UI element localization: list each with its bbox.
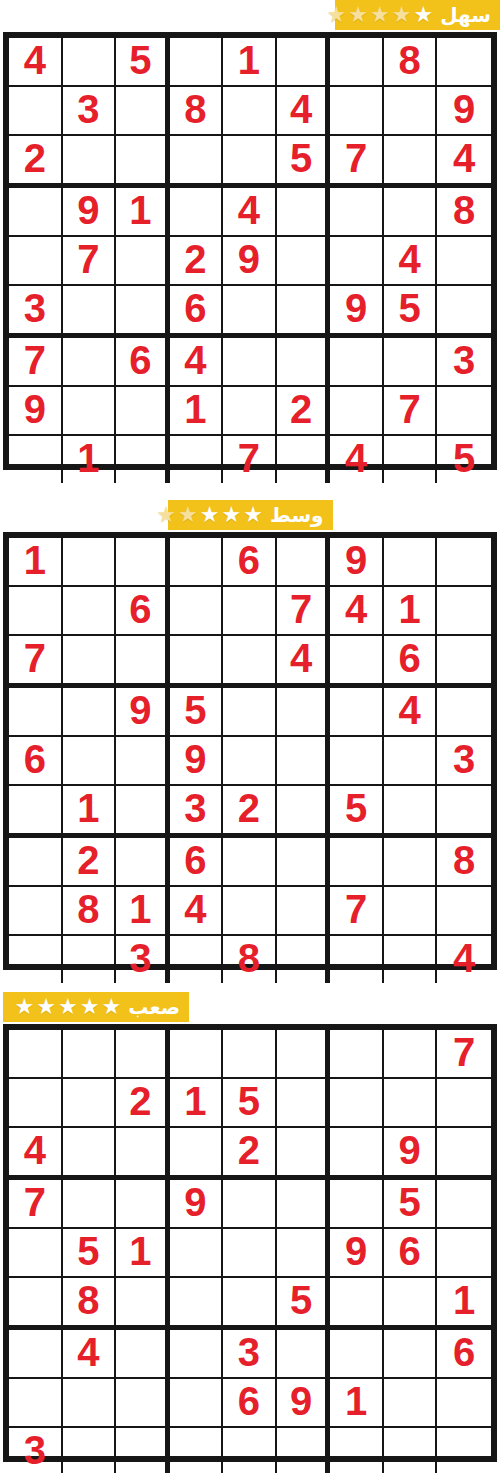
sudoku-cell-r4c4[interactable] — [170, 188, 224, 237]
sudoku-cell-r6c5[interactable] — [223, 1278, 277, 1330]
sudoku-cell-r8c5[interactable] — [223, 887, 277, 936]
sudoku-cell-r3c4[interactable] — [170, 136, 224, 188]
sudoku-cell-r6c7[interactable]: 5 — [330, 786, 384, 838]
sudoku-cell-r4c1[interactable] — [9, 188, 63, 237]
sudoku-cell-r3c1[interactable]: 2 — [9, 136, 63, 188]
sudoku-cell-r5c7[interactable] — [330, 237, 384, 286]
sudoku-cell-r5c4[interactable]: 2 — [170, 237, 224, 286]
star-filled-icon: ★ — [101, 996, 121, 1018]
sudoku-cell-r2c5[interactable] — [223, 587, 277, 636]
sudoku-cell-r5c4[interactable] — [170, 1229, 224, 1278]
sudoku-cell-r8c1[interactable] — [9, 1379, 63, 1428]
sudoku-cell-r3c2[interactable] — [63, 136, 117, 188]
sudoku-cell-r1c2[interactable] — [63, 38, 117, 87]
sudoku-cell-r6c5[interactable] — [223, 286, 277, 338]
sudoku-cell-r7c6[interactable] — [277, 338, 331, 387]
sudoku-cell-r7c6[interactable] — [277, 1330, 331, 1379]
sudoku-cell-r9c3[interactable] — [116, 1428, 170, 1473]
sudoku-cell-r8c2[interactable]: 8 — [63, 887, 117, 936]
star-empty-icon: ★ — [156, 504, 176, 526]
sudoku-cell-r2c1[interactable] — [9, 587, 63, 636]
sudoku-cell-r2c7[interactable] — [330, 87, 384, 136]
sudoku-cell-r5c8[interactable]: 4 — [384, 237, 438, 286]
sudoku-grid-3: 721542979551968514366913 — [3, 1024, 497, 1462]
sudoku-cell-r9c9[interactable]: 5 — [437, 436, 491, 483]
sudoku-cell-r6c8[interactable] — [384, 786, 438, 838]
sudoku-cell-r3c3[interactable] — [116, 1128, 170, 1180]
sudoku-cell-r4c9[interactable] — [437, 688, 491, 737]
sudoku-cell-r4c6[interactable] — [277, 1180, 331, 1229]
difficulty-label: سهل — [440, 5, 491, 25]
sudoku-cell-r5c6[interactable] — [277, 737, 331, 786]
sudoku-cell-r6c7[interactable]: 9 — [330, 286, 384, 338]
sudoku-cell-r7c5[interactable] — [223, 338, 277, 387]
sudoku-cell-r5c5[interactable] — [223, 1229, 277, 1278]
sudoku-cell-r8c4[interactable] — [170, 1379, 224, 1428]
sudoku-cell-r3c7[interactable] — [330, 1128, 384, 1180]
sudoku-cell-r1c2[interactable] — [63, 1030, 117, 1079]
sudoku-cell-r8c9[interactable] — [437, 1379, 491, 1428]
sudoku-cell-r5c7[interactable]: 9 — [330, 1229, 384, 1278]
sudoku-cell-r1c3[interactable]: 5 — [116, 38, 170, 87]
sudoku-cell-r3c6[interactable]: 5 — [277, 136, 331, 188]
sudoku-cell-r4c9[interactable]: 8 — [437, 188, 491, 237]
sudoku-cell-r4c3[interactable] — [116, 1180, 170, 1229]
sudoku-cell-r1c6[interactable] — [277, 1030, 331, 1079]
sudoku-cell-r4c7[interactable] — [330, 1180, 384, 1229]
sudoku-cell-r6c3[interactable] — [116, 1278, 170, 1330]
sudoku-cell-r8c4[interactable]: 1 — [170, 387, 224, 436]
sudoku-cell-r5c9[interactable] — [437, 1229, 491, 1278]
sudoku-cell-r3c4[interactable] — [170, 1128, 224, 1180]
star-filled-icon: ★ — [36, 996, 56, 1018]
sudoku-cell-r1c7[interactable] — [330, 38, 384, 87]
sudoku-cell-r4c4[interactable]: 5 — [170, 688, 224, 737]
sudoku-cell-r8c7[interactable]: 1 — [330, 1379, 384, 1428]
sudoku-cell-r4c7[interactable] — [330, 688, 384, 737]
sudoku-cell-r6c1[interactable]: 3 — [9, 286, 63, 338]
sudoku-cell-r7c8[interactable] — [384, 1330, 438, 1379]
sudoku-cell-r2c4[interactable]: 1 — [170, 1079, 224, 1128]
sudoku-cell-r2c8[interactable] — [384, 1079, 438, 1128]
sudoku-cell-r1c3[interactable] — [116, 1030, 170, 1079]
sudoku-cell-r5c3[interactable] — [116, 737, 170, 786]
sudoku-cell-r5c1[interactable]: 6 — [9, 737, 63, 786]
sudoku-cell-r9c6[interactable] — [277, 936, 331, 983]
sudoku-cell-r8c5[interactable] — [223, 387, 277, 436]
sudoku-cell-r3c9[interactable] — [437, 636, 491, 688]
sudoku-cell-r8c8[interactable] — [384, 1379, 438, 1428]
sudoku-cell-r9c4[interactable] — [170, 1428, 224, 1473]
sudoku-cell-r9c4[interactable] — [170, 936, 224, 983]
sudoku-cell-r6c2[interactable]: 8 — [63, 1278, 117, 1330]
sudoku-cell-r3c8[interactable]: 9 — [384, 1128, 438, 1180]
sudoku-cell-r2c4[interactable]: 8 — [170, 87, 224, 136]
sudoku-cell-r9c7[interactable] — [330, 1428, 384, 1473]
difficulty-stars: ★★★★★ — [156, 504, 263, 526]
sudoku-cell-r1c6[interactable] — [277, 538, 331, 587]
sudoku-cell-r3c5[interactable]: 2 — [223, 1128, 277, 1180]
sudoku-cell-r6c6[interactable] — [277, 286, 331, 338]
sudoku-cell-r3c7[interactable] — [330, 636, 384, 688]
sudoku-cell-r2c4[interactable] — [170, 587, 224, 636]
sudoku-cell-r9c8[interactable] — [384, 936, 438, 983]
sudoku-cell-r3c5[interactable] — [223, 636, 277, 688]
sudoku-cell-r8c1[interactable]: 9 — [9, 387, 63, 436]
sudoku-cell-r7c5[interactable]: 3 — [223, 1330, 277, 1379]
sudoku-cell-r4c8[interactable]: 5 — [384, 1180, 438, 1229]
sudoku-cell-r2c5[interactable]: 5 — [223, 1079, 277, 1128]
sudoku-cell-r3c8[interactable]: 6 — [384, 636, 438, 688]
difficulty-stars: ★★★★★ — [15, 996, 122, 1018]
sudoku-cell-r8c7[interactable]: 7 — [330, 887, 384, 936]
sudoku-cell-r5c2[interactable] — [63, 737, 117, 786]
sudoku-cell-r6c1[interactable] — [9, 1278, 63, 1330]
sudoku-cell-r6c5[interactable]: 2 — [223, 786, 277, 838]
sudoku-cell-r5c8[interactable] — [384, 737, 438, 786]
sudoku-cell-r8c8[interactable]: 7 — [384, 387, 438, 436]
star-empty-icon: ★ — [392, 4, 412, 26]
sudoku-cell-r1c8[interactable]: 8 — [384, 38, 438, 87]
sudoku-cell-r1c7[interactable] — [330, 1030, 384, 1079]
sudoku-cell-r2c9[interactable] — [437, 587, 491, 636]
sudoku-cell-r9c6[interactable] — [277, 436, 331, 483]
sudoku-cell-r8c1[interactable] — [9, 887, 63, 936]
difficulty-stars: ★★★★★ — [327, 4, 434, 26]
star-empty-icon: ★ — [370, 4, 390, 26]
sudoku-cell-r9c6[interactable] — [277, 1428, 331, 1473]
sudoku-cell-r5c3[interactable] — [116, 237, 170, 286]
sudoku-cell-r7c6[interactable] — [277, 838, 331, 887]
sudoku-cell-r8c2[interactable] — [63, 387, 117, 436]
puzzle-section-1: ★★★★★ سهل 451838492574914872943695764391… — [0, 0, 500, 470]
sudoku-cell-r8c6[interactable]: 9 — [277, 1379, 331, 1428]
sudoku-cell-r7c1[interactable] — [9, 1330, 63, 1379]
sudoku-cell-r7c7[interactable] — [330, 338, 384, 387]
sudoku-cell-r4c8[interactable]: 4 — [384, 688, 438, 737]
difficulty-banner: ★★★★★ وسط — [168, 500, 333, 530]
sudoku-cell-r2c6[interactable]: 7 — [277, 587, 331, 636]
sudoku-cell-r1c2[interactable] — [63, 538, 117, 587]
sudoku-cell-r5c6[interactable] — [277, 1229, 331, 1278]
sudoku-cell-r1c1[interactable]: 4 — [9, 38, 63, 87]
sudoku-cell-r2c3[interactable]: 6 — [116, 587, 170, 636]
sudoku-cell-r9c7[interactable] — [330, 936, 384, 983]
sudoku-cell-r9c9[interactable]: 4 — [437, 936, 491, 983]
sudoku-cell-r5c4[interactable]: 9 — [170, 737, 224, 786]
sudoku-cell-r1c6[interactable] — [277, 38, 331, 87]
sudoku-cell-r3c9[interactable]: 4 — [437, 136, 491, 188]
star-empty-icon: ★ — [178, 504, 198, 526]
sudoku-cell-r8c9[interactable] — [437, 887, 491, 936]
star-filled-icon: ★ — [58, 996, 78, 1018]
sudoku-cell-r4c2[interactable]: 9 — [63, 188, 117, 237]
sudoku-cell-r9c3[interactable] — [116, 436, 170, 483]
sudoku-grid-2: 169674174695469313252688147384 — [3, 532, 497, 970]
sudoku-cell-r7c3[interactable] — [116, 1330, 170, 1379]
sudoku-cell-r1c7[interactable]: 9 — [330, 538, 384, 587]
sudoku-cell-r7c2[interactable]: 2 — [63, 838, 117, 887]
sudoku-cell-r9c5[interactable]: 7 — [223, 436, 277, 483]
sudoku-cell-r3c6[interactable] — [277, 1128, 331, 1180]
sudoku-cell-r5c5[interactable]: 9 — [223, 237, 277, 286]
sudoku-cell-r1c4[interactable] — [170, 38, 224, 87]
sudoku-cell-r6c8[interactable]: 5 — [384, 286, 438, 338]
sudoku-cell-r6c4[interactable]: 6 — [170, 286, 224, 338]
sudoku-cell-r3c8[interactable] — [384, 136, 438, 188]
sudoku-cell-r1c5[interactable] — [223, 1030, 277, 1079]
sudoku-cell-r1c8[interactable] — [384, 538, 438, 587]
star-filled-icon: ★ — [200, 504, 220, 526]
sudoku-cell-r5c2[interactable]: 7 — [63, 237, 117, 286]
sudoku-cell-r1c1[interactable] — [9, 1030, 63, 1079]
sudoku-cell-r4c4[interactable]: 9 — [170, 1180, 224, 1229]
sudoku-cell-r5c6[interactable] — [277, 237, 331, 286]
star-filled-icon: ★ — [414, 4, 434, 26]
puzzle-section-3: ★★★★★ صعب 721542979551968514366913 — [0, 992, 500, 1462]
sudoku-cell-r2c2[interactable] — [63, 1079, 117, 1128]
sudoku-cell-r6c9[interactable]: 1 — [437, 1278, 491, 1330]
sudoku-cell-r8c3[interactable] — [116, 387, 170, 436]
sudoku-cell-r8c5[interactable]: 6 — [223, 1379, 277, 1428]
sudoku-cell-r5c1[interactable] — [9, 1229, 63, 1278]
sudoku-cell-r9c2[interactable] — [63, 1428, 117, 1473]
sudoku-cell-r2c8[interactable]: 1 — [384, 587, 438, 636]
sudoku-cell-r9c8[interactable] — [384, 436, 438, 483]
sudoku-cell-r6c6[interactable] — [277, 786, 331, 838]
sudoku-cell-r9c2[interactable] — [63, 936, 117, 983]
sudoku-cell-r8c7[interactable] — [330, 387, 384, 436]
sudoku-cell-r7c3[interactable] — [116, 838, 170, 887]
sudoku-cell-r3c2[interactable] — [63, 636, 117, 688]
sudoku-cell-r8c3[interactable] — [116, 1379, 170, 1428]
sudoku-cell-r7c9[interactable]: 6 — [437, 1330, 491, 1379]
sudoku-cell-r1c4[interactable] — [170, 538, 224, 587]
sudoku-cell-r1c5[interactable]: 6 — [223, 538, 277, 587]
sudoku-cell-r9c2[interactable]: 1 — [63, 436, 117, 483]
sudoku-cell-r7c9[interactable]: 8 — [437, 838, 491, 887]
sudoku-cell-r5c5[interactable] — [223, 737, 277, 786]
difficulty-banner: ★★★★★ صعب — [3, 992, 189, 1022]
sudoku-cell-r2c3[interactable]: 2 — [116, 1079, 170, 1128]
sudoku-cell-r9c9[interactable] — [437, 1428, 491, 1473]
sudoku-cell-r6c3[interactable] — [116, 786, 170, 838]
sudoku-cell-r5c7[interactable] — [330, 737, 384, 786]
sudoku-cell-r4c5[interactable] — [223, 1180, 277, 1229]
sudoku-cell-r4c9[interactable] — [437, 1180, 491, 1229]
sudoku-cell-r7c4[interactable]: 4 — [170, 338, 224, 387]
sudoku-cell-r5c8[interactable]: 6 — [384, 1229, 438, 1278]
sudoku-cell-r4c6[interactable] — [277, 688, 331, 737]
sudoku-cell-r9c1[interactable] — [9, 936, 63, 983]
sudoku-cell-r8c9[interactable] — [437, 387, 491, 436]
sudoku-cell-r6c4[interactable]: 3 — [170, 786, 224, 838]
sudoku-cell-r4c1[interactable]: 7 — [9, 1180, 63, 1229]
sudoku-cell-r4c7[interactable] — [330, 188, 384, 237]
sudoku-cell-r4c1[interactable] — [9, 688, 63, 737]
sudoku-cell-r4c2[interactable] — [63, 688, 117, 737]
sudoku-cell-r7c2[interactable] — [63, 338, 117, 387]
sudoku-cell-r8c3[interactable]: 1 — [116, 887, 170, 936]
puzzle-section-2: ★★★★★ وسط 169674174695469313252688147384 — [0, 500, 500, 970]
sudoku-cell-r8c2[interactable] — [63, 1379, 117, 1428]
sudoku-cell-r3c5[interactable] — [223, 136, 277, 188]
sudoku-cell-r9c4[interactable] — [170, 436, 224, 483]
star-filled-icon: ★ — [222, 504, 242, 526]
sudoku-cell-r6c7[interactable] — [330, 1278, 384, 1330]
sudoku-cell-r3c4[interactable] — [170, 636, 224, 688]
sudoku-cell-r2c9[interactable] — [437, 1079, 491, 1128]
difficulty-label: وسط — [270, 505, 324, 525]
sudoku-cell-r9c1[interactable]: 3 — [9, 1428, 63, 1473]
sudoku-cell-r3c7[interactable]: 7 — [330, 136, 384, 188]
sudoku-cell-r9c5[interactable] — [223, 1428, 277, 1473]
sudoku-cell-r5c2[interactable]: 5 — [63, 1229, 117, 1278]
sudoku-cell-r1c3[interactable] — [116, 538, 170, 587]
sudoku-cell-r6c2[interactable]: 1 — [63, 786, 117, 838]
sudoku-cell-r8c6[interactable]: 2 — [277, 387, 331, 436]
sudoku-cell-r7c9[interactable]: 3 — [437, 338, 491, 387]
sudoku-cell-r8c4[interactable]: 4 — [170, 887, 224, 936]
difficulty-banner: ★★★★★ سهل — [335, 0, 500, 30]
sudoku-cell-r2c2[interactable] — [63, 587, 117, 636]
sudoku-cell-r9c3[interactable]: 3 — [116, 936, 170, 983]
sudoku-cell-r2c6[interactable] — [277, 1079, 331, 1128]
star-filled-icon: ★ — [15, 996, 35, 1018]
sudoku-cell-r9c7[interactable]: 4 — [330, 436, 384, 483]
sudoku-cell-r6c8[interactable] — [384, 1278, 438, 1330]
sudoku-cell-r7c1[interactable] — [9, 838, 63, 887]
sudoku-cell-r7c5[interactable] — [223, 838, 277, 887]
sudoku-cell-r3c2[interactable] — [63, 1128, 117, 1180]
sudoku-cell-r7c7[interactable] — [330, 838, 384, 887]
sudoku-cell-r2c1[interactable] — [9, 87, 63, 136]
sudoku-cell-r5c3[interactable]: 1 — [116, 1229, 170, 1278]
sudoku-cell-r1c9[interactable] — [437, 38, 491, 87]
sudoku-cell-r6c2[interactable] — [63, 286, 117, 338]
sudoku-cell-r1c1[interactable]: 1 — [9, 538, 63, 587]
sudoku-cell-r9c5[interactable]: 8 — [223, 936, 277, 983]
sudoku-cell-r7c2[interactable]: 4 — [63, 1330, 117, 1379]
sudoku-grid-1: 451838492574914872943695764391271745 — [3, 32, 497, 470]
sudoku-cell-r7c7[interactable] — [330, 1330, 384, 1379]
sudoku-cell-r2c6[interactable]: 4 — [277, 87, 331, 136]
sudoku-cell-r5c9[interactable] — [437, 237, 491, 286]
sudoku-cell-r2c1[interactable] — [9, 1079, 63, 1128]
sudoku-cell-r4c8[interactable] — [384, 188, 438, 237]
star-filled-icon: ★ — [80, 996, 100, 1018]
sudoku-cell-r4c2[interactable] — [63, 1180, 117, 1229]
star-empty-icon: ★ — [327, 4, 347, 26]
sudoku-cell-r7c4[interactable] — [170, 1330, 224, 1379]
sudoku-cell-r6c6[interactable]: 5 — [277, 1278, 331, 1330]
sudoku-cell-r6c9[interactable] — [437, 286, 491, 338]
sudoku-cell-r6c3[interactable] — [116, 286, 170, 338]
sudoku-cell-r2c8[interactable] — [384, 87, 438, 136]
sudoku-cell-r1c8[interactable] — [384, 1030, 438, 1079]
sudoku-cell-r6c4[interactable] — [170, 1278, 224, 1330]
sudoku-cell-r4c5[interactable]: 4 — [223, 188, 277, 237]
sudoku-cell-r7c1[interactable]: 7 — [9, 338, 63, 387]
sudoku-cell-r5c1[interactable] — [9, 237, 63, 286]
sudoku-cell-r6c1[interactable] — [9, 786, 63, 838]
sudoku-cell-r8c8[interactable] — [384, 887, 438, 936]
sudoku-cell-r2c5[interactable] — [223, 87, 277, 136]
star-filled-icon: ★ — [243, 504, 263, 526]
sudoku-cell-r4c5[interactable] — [223, 688, 277, 737]
sudoku-cell-r3c9[interactable] — [437, 1128, 491, 1180]
sudoku-cell-r2c7[interactable] — [330, 1079, 384, 1128]
sudoku-cell-r1c4[interactable] — [170, 1030, 224, 1079]
sudoku-cell-r1c9[interactable] — [437, 538, 491, 587]
difficulty-label: صعب — [128, 997, 180, 1017]
sudoku-cell-r9c8[interactable] — [384, 1428, 438, 1473]
sudoku-cell-r3c6[interactable]: 4 — [277, 636, 331, 688]
sudoku-cell-r1c9[interactable]: 7 — [437, 1030, 491, 1079]
sudoku-cell-r3c3[interactable] — [116, 636, 170, 688]
sudoku-cell-r3c1[interactable]: 4 — [9, 1128, 63, 1180]
sudoku-cell-r8c6[interactable] — [277, 887, 331, 936]
sudoku-cell-r7c8[interactable] — [384, 838, 438, 887]
sudoku-cell-r4c6[interactable] — [277, 188, 331, 237]
sudoku-cell-r7c3[interactable]: 6 — [116, 338, 170, 387]
sudoku-cell-r6c9[interactable] — [437, 786, 491, 838]
sudoku-cell-r4c3[interactable]: 1 — [116, 188, 170, 237]
sudoku-cell-r4c3[interactable]: 9 — [116, 688, 170, 737]
sudoku-cell-r2c3[interactable] — [116, 87, 170, 136]
sudoku-cell-r3c3[interactable] — [116, 136, 170, 188]
sudoku-page: ★★★★★ سهل 451838492574914872943695764391… — [0, 0, 500, 1462]
sudoku-cell-r2c7[interactable]: 4 — [330, 587, 384, 636]
sudoku-cell-r2c2[interactable]: 3 — [63, 87, 117, 136]
sudoku-cell-r2c9[interactable]: 9 — [437, 87, 491, 136]
sudoku-cell-r7c4[interactable]: 6 — [170, 838, 224, 887]
sudoku-cell-r1c5[interactable]: 1 — [223, 38, 277, 87]
star-empty-icon: ★ — [348, 4, 368, 26]
sudoku-cell-r7c8[interactable] — [384, 338, 438, 387]
sudoku-cell-r3c1[interactable]: 7 — [9, 636, 63, 688]
sudoku-cell-r5c9[interactable]: 3 — [437, 737, 491, 786]
sudoku-cell-r9c1[interactable] — [9, 436, 63, 483]
